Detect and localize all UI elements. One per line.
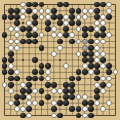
stone-black[interactable] [8, 76, 14, 82]
stone-black[interactable] [45, 26, 51, 32]
stone-white[interactable] [39, 8, 45, 14]
stone-black[interactable] [88, 39, 94, 45]
go-board-surface[interactable] [0, 0, 120, 120]
stone-black[interactable] [8, 82, 14, 88]
stone-gray[interactable] [82, 39, 88, 45]
stone-black[interactable] [69, 88, 75, 94]
stone-white[interactable] [63, 20, 69, 26]
stone-white[interactable] [51, 32, 57, 38]
stone-black[interactable] [8, 14, 14, 20]
stone-black[interactable] [14, 20, 20, 26]
stone-black[interactable] [14, 100, 20, 106]
stone-black[interactable] [39, 45, 45, 51]
go-board[interactable] [0, 0, 120, 120]
stone-white[interactable] [8, 45, 14, 51]
stone-white[interactable] [8, 63, 14, 69]
stone-white[interactable] [88, 69, 94, 75]
stone-white[interactable] [94, 20, 100, 26]
stone-gray[interactable] [82, 45, 88, 51]
stone-white[interactable] [57, 45, 63, 51]
stone-black[interactable] [94, 63, 100, 69]
stone-white[interactable] [14, 45, 20, 51]
stone-black[interactable] [94, 14, 100, 20]
stone-black[interactable] [88, 45, 94, 51]
stone-white[interactable] [106, 8, 112, 14]
stone-black[interactable] [32, 14, 38, 20]
stone-white[interactable] [76, 51, 82, 57]
stone-black[interactable] [57, 14, 63, 20]
stone-white[interactable] [39, 14, 45, 20]
stone-black[interactable] [88, 106, 94, 112]
stone-black[interactable] [88, 113, 94, 119]
stone-black[interactable] [8, 57, 14, 63]
stone-black[interactable] [14, 76, 20, 82]
stone-black[interactable] [100, 57, 106, 63]
stone-white[interactable] [51, 100, 57, 106]
stone-white[interactable] [63, 14, 69, 20]
stone-white[interactable] [100, 51, 106, 57]
stone-black[interactable] [69, 82, 75, 88]
stone-black[interactable] [69, 8, 75, 14]
stone-white[interactable] [14, 32, 20, 38]
stone-white[interactable] [88, 8, 94, 14]
stone-white[interactable] [20, 14, 26, 20]
stone-white[interactable] [94, 45, 100, 51]
stone-black[interactable] [20, 88, 26, 94]
stone-black[interactable] [88, 63, 94, 69]
stone-black[interactable] [76, 8, 82, 14]
hoshi-point [59, 96, 61, 98]
stone-black[interactable] [88, 100, 94, 106]
stone-black[interactable] [45, 63, 51, 69]
stone-black[interactable] [94, 8, 100, 14]
stone-black[interactable] [8, 51, 14, 57]
stone-black[interactable] [82, 69, 88, 75]
stone-black[interactable] [82, 51, 88, 57]
stone-white[interactable] [45, 14, 51, 20]
stone-white[interactable] [106, 82, 112, 88]
stone-white[interactable] [8, 39, 14, 45]
stone-black[interactable] [51, 8, 57, 14]
stone-black[interactable] [51, 14, 57, 20]
stone-black[interactable] [8, 8, 14, 14]
stone-black[interactable] [45, 20, 51, 26]
hoshi-point [59, 59, 61, 61]
stone-white[interactable] [82, 113, 88, 119]
stone-white[interactable] [94, 57, 100, 63]
stone-black[interactable] [57, 20, 63, 26]
stone-black[interactable] [39, 88, 45, 94]
stone-black[interactable] [82, 32, 88, 38]
stone-white[interactable] [82, 63, 88, 69]
stone-black[interactable] [14, 8, 20, 14]
stone-black[interactable] [106, 14, 112, 20]
stone-white[interactable] [45, 69, 51, 75]
stone-black[interactable] [69, 14, 75, 20]
stone-black[interactable] [20, 26, 26, 32]
stone-white[interactable] [32, 8, 38, 14]
stone-white[interactable] [45, 76, 51, 82]
stone-white[interactable] [32, 88, 38, 94]
stone-black[interactable] [82, 57, 88, 63]
stone-black[interactable] [45, 94, 51, 100]
stone-black[interactable] [51, 82, 57, 88]
stone-white[interactable] [82, 8, 88, 14]
stone-black[interactable] [26, 82, 32, 88]
stone-black[interactable] [63, 94, 69, 100]
stone-white[interactable] [8, 26, 14, 32]
stone-black[interactable] [100, 82, 106, 88]
hoshi-point [22, 59, 24, 61]
stone-black[interactable] [57, 100, 63, 106]
stone-black[interactable] [88, 51, 94, 57]
stone-white[interactable] [94, 26, 100, 32]
stone-white[interactable] [14, 106, 20, 112]
stone-black[interactable] [88, 57, 94, 63]
stone-white[interactable] [100, 14, 106, 20]
stone-black[interactable] [14, 14, 20, 20]
stone-white[interactable] [94, 82, 100, 88]
stone-white[interactable] [2, 82, 8, 88]
stone-black[interactable] [82, 26, 88, 32]
stone-black[interactable] [94, 88, 100, 94]
stone-white[interactable] [82, 14, 88, 20]
stone-white[interactable] [26, 20, 32, 26]
stone-white[interactable] [8, 88, 14, 94]
stone-black[interactable] [20, 94, 26, 100]
stone-white[interactable] [26, 94, 32, 100]
stone-black[interactable] [26, 88, 32, 94]
stone-white[interactable] [100, 88, 106, 94]
stone-white[interactable] [76, 14, 82, 20]
stone-white[interactable] [51, 113, 57, 119]
stone-black[interactable] [82, 100, 88, 106]
stone-black[interactable] [51, 106, 57, 112]
stone-black[interactable] [63, 88, 69, 94]
stone-white[interactable] [94, 51, 100, 57]
stone-white[interactable] [8, 100, 14, 106]
stone-white[interactable] [51, 26, 57, 32]
hoshi-point [22, 22, 24, 24]
stone-white[interactable] [20, 82, 26, 88]
stone-black[interactable] [63, 82, 69, 88]
stone-white[interactable] [51, 88, 57, 94]
stone-white[interactable] [82, 106, 88, 112]
stone-white[interactable] [14, 69, 20, 75]
stone-black[interactable] [94, 94, 100, 100]
stone-black[interactable] [8, 69, 14, 75]
stone-black[interactable] [88, 26, 94, 32]
stone-black[interactable] [2, 14, 8, 20]
stone-black[interactable] [26, 8, 32, 14]
stone-white[interactable] [94, 100, 100, 106]
stone-black[interactable] [45, 82, 51, 88]
stone-white[interactable] [51, 51, 57, 57]
stone-white[interactable] [45, 8, 51, 14]
stone-white[interactable] [20, 8, 26, 14]
stone-white[interactable] [14, 26, 20, 32]
stone-white[interactable] [100, 20, 106, 26]
stone-black[interactable] [14, 94, 20, 100]
stone-white[interactable] [14, 39, 20, 45]
stone-white[interactable] [82, 94, 88, 100]
stone-white[interactable] [57, 88, 63, 94]
